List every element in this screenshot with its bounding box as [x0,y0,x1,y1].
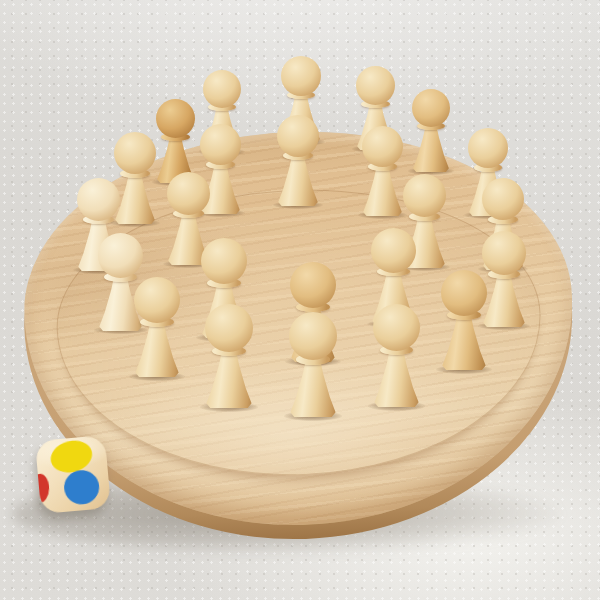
pawn-r4c5[interactable] [482,231,526,327]
pawn-head [114,132,156,174]
pawn-head [356,66,395,105]
pawn-head [468,128,508,168]
pawn-r5c5[interactable] [441,270,487,370]
pawn-head [98,233,143,278]
pawn-body [482,273,526,327]
pawn-head [77,178,120,221]
pawn-head [412,89,450,127]
pawn-body [277,155,319,206]
pawn-body [412,126,450,172]
pawn-r2c1[interactable] [114,132,156,224]
pawn-body [373,349,420,407]
pawn-head [205,304,253,352]
pawn-layer [0,0,600,600]
pawn-body [134,321,180,377]
pawn-body [289,358,337,417]
pawn-r1c5[interactable] [412,89,450,172]
pawn-body [205,350,253,408]
pawn-head [200,124,241,165]
color-die[interactable] [35,435,111,514]
pawn-head [201,238,247,284]
pawn-head [403,174,446,217]
pawn-r5c3[interactable] [289,312,337,417]
scene [0,0,600,600]
pawn-head [167,172,210,215]
pawn-head [290,262,336,308]
die-blue-face-dot [63,469,101,506]
pawn-head [203,70,241,108]
pawn-head [156,99,195,138]
pawn-r5c2[interactable] [205,304,253,408]
pawn-head [289,312,337,360]
pawn-r1c1[interactable] [156,99,195,183]
pawn-head [441,270,487,316]
pawn-r5c4[interactable] [373,304,420,407]
pawn-head [281,56,321,96]
pawn-r5c1[interactable] [134,277,180,377]
pawn-body [441,314,487,370]
pawn-head [482,178,524,220]
pawn-r2c4[interactable] [362,126,403,216]
pawn-head [362,126,403,167]
pawn-body [114,172,156,224]
pawn-head [277,115,319,157]
pawn-body [362,166,403,216]
pawn-head [482,231,526,275]
pawn-head [371,228,416,273]
pawn-head [373,304,420,351]
pawn-r2c3[interactable] [277,115,319,206]
pawn-head [134,277,180,323]
die-body [35,435,111,514]
